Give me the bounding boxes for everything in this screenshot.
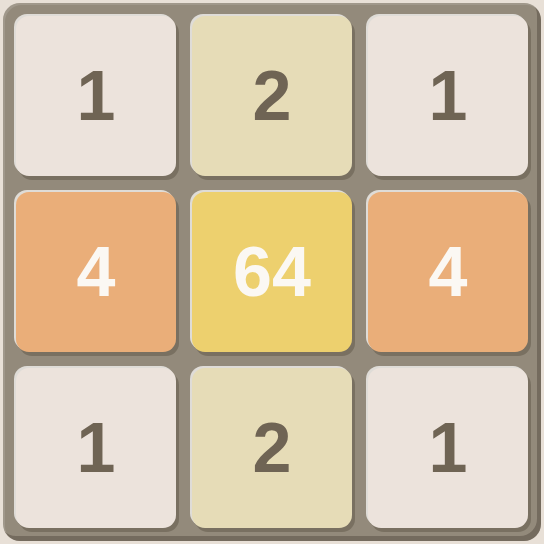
tile-r0c1: 2 [192,16,352,176]
tile-r1c2: 4 [368,192,528,352]
tile-r2c0: 1 [16,368,176,528]
tile-r0c2: 1 [368,16,528,176]
tile-r1c1: 64 [192,192,352,352]
page-background: { "game": "2048-style sliding tile puzzl… [0,0,544,544]
tile-r2c2: 1 [368,368,528,528]
tile-r2c1: 2 [192,368,352,528]
tile-r0c0: 1 [16,16,176,176]
game-board[interactable]: 1 2 1 4 64 4 1 2 1 [3,3,541,541]
tile-r1c0: 4 [16,192,176,352]
